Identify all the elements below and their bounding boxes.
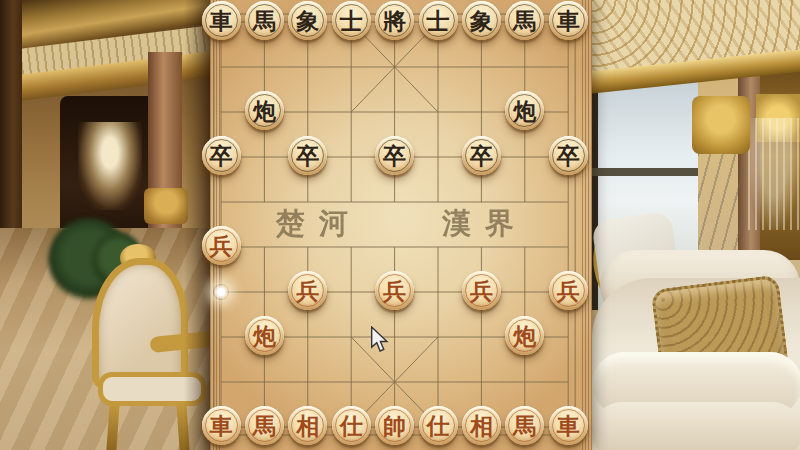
piece-black-soldier[interactable]: 卒 [549,136,588,175]
piece-red-soldier[interactable]: 兵 [549,271,588,310]
piece-ring [552,409,585,442]
piece-ring [291,139,324,172]
piece-black-advisor[interactable]: 士 [332,1,371,40]
piece-black-soldier[interactable]: 卒 [202,136,241,175]
piece-ring [508,4,541,37]
piece-ring [378,4,411,37]
xiangqi-board[interactable]: 楚河 漢界 車馬象士將士象馬車炮炮卒卒卒卒卒兵兵兵兵兵炮炮車馬相仕帥仕相馬車 [210,0,592,450]
piece-black-cannon[interactable]: 炮 [505,91,544,130]
piece-ring [248,94,281,127]
piece-ring [248,4,281,37]
piece-red-chariot[interactable]: 車 [202,406,241,445]
piece-red-soldier[interactable]: 兵 [288,271,327,310]
gold-corinthian-capital [692,96,750,154]
piece-ring [248,319,281,352]
piece-black-horse[interactable]: 馬 [505,1,544,40]
sofa-seat-cushion [592,402,800,450]
piece-black-soldier[interactable]: 卒 [462,136,501,175]
piece-ring [205,229,238,262]
pieces-layer: 車馬象士將士象馬車炮炮卒卒卒卒卒兵兵兵兵兵炮炮車馬相仕帥仕相馬車 [210,0,592,450]
piece-ring [552,139,585,172]
piece-red-elephant[interactable]: 相 [462,406,501,445]
piece-red-cannon[interactable]: 炮 [245,316,284,355]
piece-ring [422,4,455,37]
chandelier-icon [78,122,142,210]
piece-red-horse[interactable]: 馬 [245,406,284,445]
piece-ring [552,274,585,307]
piece-black-soldier[interactable]: 卒 [288,136,327,175]
piece-ring [291,409,324,442]
piece-red-advisor[interactable]: 仕 [332,406,371,445]
piece-ring [378,409,411,442]
piece-black-chariot[interactable]: 車 [202,1,241,40]
piece-ring [465,139,498,172]
screen: 楚河 漢界 車馬象士將士象馬車炮炮卒卒卒卒卒兵兵兵兵兵炮炮車馬相仕帥仕相馬車 [0,0,800,450]
piece-ring [508,319,541,352]
piece-ring [465,274,498,307]
chandelier-icon [748,118,800,230]
piece-red-soldier[interactable]: 兵 [202,226,241,265]
piece-black-general[interactable]: 將 [375,1,414,40]
piece-black-chariot[interactable]: 車 [549,1,588,40]
piece-red-chariot[interactable]: 車 [549,406,588,445]
window-transom-bar [592,168,698,176]
piece-ring [248,409,281,442]
piece-ring [378,139,411,172]
piece-ring [465,4,498,37]
piece-ring [378,274,411,307]
board-edge-shadow [184,0,210,450]
piece-red-general[interactable]: 帥 [375,406,414,445]
piece-ring [422,409,455,442]
piece-black-elephant[interactable]: 象 [288,1,327,40]
piece-ring [335,409,368,442]
piece-ring [335,4,368,37]
gold-capital [144,188,188,224]
piece-black-elephant[interactable]: 象 [462,1,501,40]
move-origin-highlight [213,284,229,300]
piece-black-soldier[interactable]: 卒 [375,136,414,175]
piece-red-soldier[interactable]: 兵 [462,271,501,310]
piece-ring [508,409,541,442]
piece-red-cannon[interactable]: 炮 [505,316,544,355]
piece-ring [508,94,541,127]
piece-red-horse[interactable]: 馬 [505,406,544,445]
piece-red-advisor[interactable]: 仕 [419,406,458,445]
piece-ring [205,139,238,172]
piece-ring [291,4,324,37]
piece-ring [465,409,498,442]
piece-black-horse[interactable]: 馬 [245,1,284,40]
piece-ring [291,274,324,307]
piece-ring [205,4,238,37]
gilded-chair-back [92,258,188,388]
piece-black-cannon[interactable]: 炮 [245,91,284,130]
piece-red-elephant[interactable]: 相 [288,406,327,445]
piece-ring [552,4,585,37]
piece-ring [205,409,238,442]
piece-black-advisor[interactable]: 士 [419,1,458,40]
piece-red-soldier[interactable]: 兵 [375,271,414,310]
